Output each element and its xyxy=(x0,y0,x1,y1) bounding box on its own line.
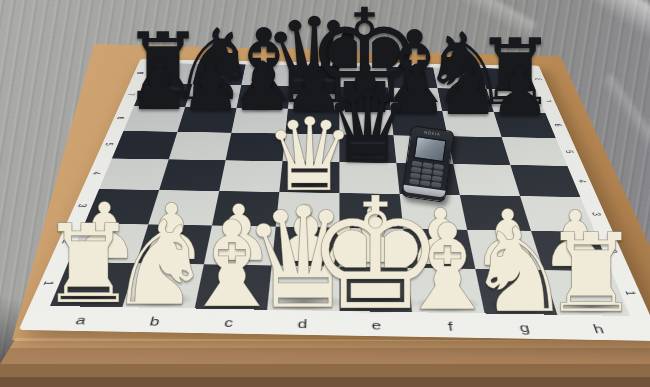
square-a5 xyxy=(112,131,177,159)
square-g5 xyxy=(448,136,511,165)
rank-label-right-4: 4 xyxy=(576,180,589,183)
rank-label-right-5: 5 xyxy=(564,150,576,153)
outdoor-chess-scene: a88b77c66d55e44f33g22h11 ♜♞♝♛♚♝♞♜♟♟♟♟♟♟♟… xyxy=(0,0,650,387)
piece-wR-h1: ♜ xyxy=(542,220,640,329)
square-h5 xyxy=(502,137,568,166)
square-b4 xyxy=(159,159,225,191)
cardboard-box-front xyxy=(0,338,650,387)
square-a4 xyxy=(99,158,169,190)
rank-label-left-5: 5 xyxy=(103,143,115,146)
rank-label-left-4: 4 xyxy=(90,172,103,175)
square-b5 xyxy=(169,132,232,160)
piece-bP-h7: ♟ xyxy=(489,58,550,126)
phone-screen xyxy=(414,136,447,162)
